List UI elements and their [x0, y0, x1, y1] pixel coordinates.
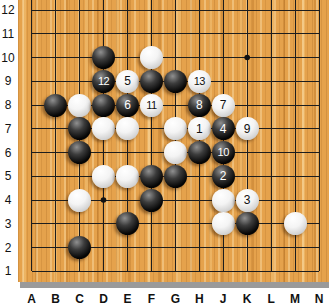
move-number: 9 — [244, 123, 251, 135]
stone-black-e8[interactable]: 6 — [116, 94, 139, 117]
stone-black-d8[interactable] — [92, 94, 115, 117]
stone-black-g9[interactable] — [164, 70, 187, 93]
move-number: 1 — [196, 123, 203, 135]
stone-white-h9[interactable]: 13 — [188, 70, 211, 93]
move-number: 12 — [98, 76, 109, 87]
stone-white-k4[interactable]: 3 — [236, 189, 259, 212]
stone-black-d9[interactable]: 12 — [92, 70, 115, 93]
move-number: 13 — [194, 76, 205, 87]
stone-white-f8[interactable]: 11 — [140, 94, 163, 117]
star-point-k10 — [244, 55, 250, 61]
col-label-n: N — [311, 292, 327, 306]
move-number: 4 — [220, 123, 227, 135]
stone-white-f10[interactable] — [140, 46, 163, 69]
col-label-d: D — [96, 292, 112, 306]
row-label-11: 11 — [0, 27, 16, 41]
move-number: 5 — [124, 75, 131, 87]
col-label-g: G — [167, 292, 183, 306]
move-number: 10 — [218, 147, 229, 158]
stone-black-h6[interactable] — [188, 141, 211, 164]
stone-black-j5[interactable]: 2 — [212, 165, 235, 188]
row-label-5: 5 — [0, 169, 16, 183]
stone-white-c4[interactable] — [68, 189, 91, 212]
stone-white-j4[interactable] — [212, 189, 235, 212]
move-number: 3 — [244, 194, 251, 206]
col-label-k: K — [239, 292, 255, 306]
move-number: 6 — [124, 99, 131, 111]
stone-black-d10[interactable] — [92, 46, 115, 69]
stone-black-c2[interactable] — [68, 236, 91, 259]
col-label-j: J — [215, 292, 231, 306]
stone-white-c8[interactable] — [68, 94, 91, 117]
row-label-7: 7 — [0, 122, 16, 136]
stone-white-e5[interactable] — [116, 165, 139, 188]
stone-black-c6[interactable] — [68, 141, 91, 164]
go-board-diagram: 12513611871491023 121110987654321 ABCDEF… — [0, 0, 329, 308]
col-label-b: B — [48, 292, 64, 306]
row-label-9: 9 — [0, 74, 16, 88]
col-label-f: F — [143, 292, 159, 306]
stone-white-j3[interactable] — [212, 212, 235, 235]
col-label-a: A — [24, 292, 40, 306]
stone-black-j7[interactable]: 4 — [212, 117, 235, 140]
stone-black-f5[interactable] — [140, 165, 163, 188]
stone-white-m3[interactable] — [284, 212, 307, 235]
row-label-4: 4 — [0, 193, 16, 207]
go-board[interactable]: 12513611871491023 — [18, 0, 329, 282]
stone-white-k7[interactable]: 9 — [236, 117, 259, 140]
stone-black-h8[interactable]: 8 — [188, 94, 211, 117]
move-number: 7 — [220, 99, 227, 111]
stone-white-j8[interactable]: 7 — [212, 94, 235, 117]
move-number: 2 — [220, 170, 227, 182]
stone-white-g7[interactable] — [164, 117, 187, 140]
row-label-2: 2 — [0, 241, 16, 255]
stone-white-d5[interactable] — [92, 165, 115, 188]
row-label-12: 12 — [0, 3, 16, 17]
stone-white-h7[interactable]: 1 — [188, 117, 211, 140]
stone-black-f4[interactable] — [140, 189, 163, 212]
move-number: 11 — [146, 100, 156, 111]
stone-black-k3[interactable] — [236, 212, 259, 235]
col-label-h: H — [191, 292, 207, 306]
stone-black-b8[interactable] — [44, 94, 67, 117]
board-shadow — [20, 282, 329, 288]
row-label-8: 8 — [0, 98, 16, 112]
col-label-l: L — [263, 292, 279, 306]
col-label-e: E — [120, 292, 136, 306]
col-label-m: M — [287, 292, 303, 306]
row-label-6: 6 — [0, 146, 16, 160]
row-label-3: 3 — [0, 217, 16, 231]
stone-white-e9[interactable]: 5 — [116, 70, 139, 93]
stone-black-f9[interactable] — [140, 70, 163, 93]
stone-black-j6[interactable]: 10 — [212, 141, 235, 164]
move-number: 8 — [196, 99, 203, 111]
stone-white-g6[interactable] — [164, 141, 187, 164]
col-label-c: C — [72, 292, 88, 306]
row-label-10: 10 — [0, 51, 16, 65]
stone-black-g5[interactable] — [164, 165, 187, 188]
star-point-d4 — [101, 197, 107, 203]
row-label-1: 1 — [0, 264, 16, 278]
